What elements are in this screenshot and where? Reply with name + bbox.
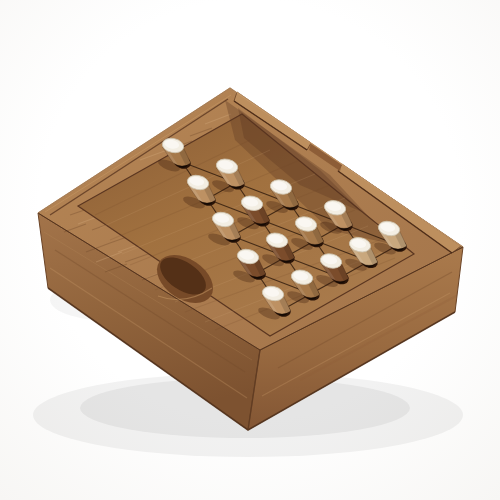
product-photo-scene xyxy=(0,0,500,500)
peg-solitaire-photo xyxy=(0,0,500,500)
